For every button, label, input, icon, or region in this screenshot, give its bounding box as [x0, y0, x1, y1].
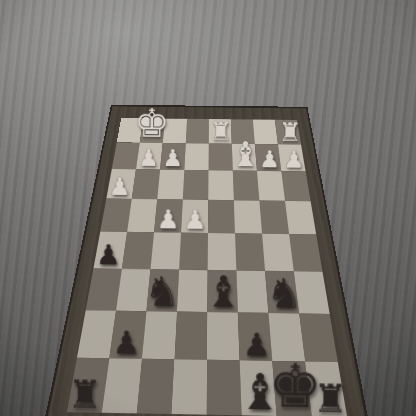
black-pawn-h5: ♟: [95, 242, 120, 268]
square-a5[interactable]: [289, 234, 322, 272]
black-knight-f6: ♞: [143, 272, 180, 311]
square-g5[interactable]: [122, 232, 154, 269]
white-bishop-c2: ♝: [230, 138, 261, 171]
square-g4[interactable]: [127, 199, 157, 232]
square-c5[interactable]: [235, 233, 265, 271]
square-e4[interactable]: ♟: [181, 200, 208, 233]
square-d1[interactable]: ♜: [209, 119, 232, 144]
square-c8[interactable]: ♝: [240, 360, 277, 416]
square-b3[interactable]: [257, 171, 285, 201]
white-pawn-b2: ♟: [259, 149, 280, 171]
square-g1[interactable]: ♚: [140, 118, 165, 142]
square-b6[interactable]: ♞: [265, 271, 299, 314]
black-bishop-d6: ♝: [203, 271, 242, 312]
black-rook-a8: ♜: [312, 379, 347, 416]
square-e2[interactable]: [184, 143, 208, 170]
table-surface: ♚♜♜♟♟♝♟♟♟♟♟♟♞♝♞♟♟♜♝♚♜: [0, 0, 416, 416]
square-a4[interactable]: [285, 201, 316, 235]
square-d4[interactable]: [208, 200, 235, 233]
white-pawn-f2: ♟: [162, 147, 183, 169]
square-e8[interactable]: [172, 359, 207, 414]
square-d8[interactable]: [207, 360, 242, 415]
white-rook-a1: ♜: [278, 120, 301, 145]
square-a2[interactable]: ♟: [278, 144, 306, 171]
square-f3[interactable]: [157, 170, 184, 200]
white-pawn-g2: ♟: [138, 147, 159, 169]
square-a1[interactable]: ♜: [275, 120, 301, 145]
black-knight-b6: ♞: [265, 274, 302, 313]
white-pawn-h3: ♟: [108, 175, 130, 199]
square-g2[interactable]: ♟: [136, 143, 163, 170]
square-f6[interactable]: ♞: [146, 269, 179, 311]
square-c4[interactable]: [234, 200, 262, 234]
white-pawn-e4: ♟: [183, 208, 207, 233]
black-pawn-g7: ♟: [112, 328, 140, 358]
square-g8[interactable]: [102, 358, 142, 413]
square-f2[interactable]: ♟: [160, 143, 186, 170]
square-g3[interactable]: [132, 169, 160, 199]
square-f8[interactable]: [137, 359, 175, 414]
black-pawn-c7: ♟: [242, 331, 270, 361]
square-e7[interactable]: [174, 312, 207, 360]
square-f4[interactable]: ♟: [154, 199, 183, 232]
board-grid: ♚♜♜♟♟♝♟♟♟♟♟♟♞♝♞♟♟♜♝♚♜: [67, 118, 347, 416]
square-d5[interactable]: [208, 233, 237, 271]
black-rook-h8: ♜: [67, 375, 102, 412]
square-d7[interactable]: [207, 312, 240, 360]
square-d6[interactable]: ♝: [207, 270, 238, 312]
square-c3[interactable]: [233, 170, 260, 200]
square-f5[interactable]: [150, 232, 181, 269]
square-e5[interactable]: [179, 233, 208, 270]
square-e3[interactable]: [183, 170, 209, 200]
square-f7[interactable]: [142, 311, 177, 359]
square-c7[interactable]: ♟: [238, 312, 272, 360]
square-a3[interactable]: [281, 171, 310, 201]
chess-scene: ♚♜♜♟♟♝♟♟♟♟♟♟♞♝♞♟♟♜♝♚♜: [0, 0, 416, 416]
square-d3[interactable]: [208, 170, 234, 200]
white-rook-d1: ♜: [209, 119, 232, 144]
square-g7[interactable]: ♟: [109, 311, 146, 359]
white-pawn-a2: ♟: [283, 149, 304, 171]
chess-board: ♚♜♜♟♟♝♟♟♟♟♟♟♞♝♞♟♟♜♝♚♜: [42, 106, 371, 416]
square-e1[interactable]: [186, 119, 209, 144]
square-c2[interactable]: ♝: [232, 144, 257, 171]
square-b4[interactable]: [259, 201, 289, 235]
white-king-g1: ♚: [134, 105, 169, 143]
white-pawn-f4: ♟: [156, 208, 179, 233]
black-bishop-c8: ♝: [237, 368, 282, 416]
